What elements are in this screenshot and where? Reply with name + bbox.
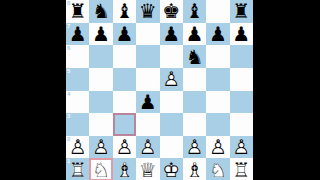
piece-fill: ♟ (230, 23, 252, 45)
rank-label-5: 5 (67, 68, 70, 75)
square-g2[interactable]: ♟♙ (206, 136, 229, 159)
piece-black-pawn[interactable]: ♟ (67, 23, 89, 45)
square-g8[interactable] (206, 0, 229, 23)
piece-black-pawn[interactable]: ♟ (137, 91, 159, 113)
rank-label-4: 4 (67, 91, 70, 98)
piece-white-pawn[interactable]: ♟♙ (230, 136, 252, 158)
square-d4[interactable]: ♟ (136, 91, 159, 114)
piece-black-bishop[interactable]: ♝ (113, 0, 135, 22)
piece-white-pawn[interactable]: ♟♙ (184, 136, 206, 158)
piece-white-bishop[interactable]: ♝♗ (113, 159, 135, 180)
piece-outline: ♖ (230, 159, 252, 180)
square-a2[interactable]: 2♟♙ (66, 136, 89, 159)
square-a1[interactable]: 1♜♖ (66, 158, 89, 180)
piece-white-pawn[interactable]: ♟♙ (137, 136, 159, 158)
piece-black-rook[interactable]: ♜ (230, 0, 252, 22)
square-a5[interactable]: 5 (66, 68, 89, 91)
piece-white-bishop[interactable]: ♝♗ (184, 159, 206, 180)
square-e8[interactable]: ♚ (160, 0, 183, 23)
piece-outline: ♕ (137, 159, 159, 180)
square-b4[interactable] (89, 91, 112, 114)
piece-outline: ♗ (113, 159, 135, 180)
square-g6[interactable] (206, 45, 229, 68)
square-e7[interactable]: ♟ (160, 23, 183, 46)
square-f6[interactable]: ♞ (183, 45, 206, 68)
piece-fill: ♛ (137, 0, 159, 22)
square-a3[interactable]: 3 (66, 113, 89, 136)
piece-fill: ♟ (90, 23, 112, 45)
piece-fill: ♟ (137, 91, 159, 113)
piece-black-pawn[interactable]: ♟ (160, 23, 182, 45)
piece-fill: ♟ (113, 23, 135, 45)
piece-black-pawn[interactable]: ♟ (207, 23, 229, 45)
square-h8[interactable]: ♜ (230, 0, 253, 23)
piece-fill: ♟ (207, 23, 229, 45)
square-g4[interactable] (206, 91, 229, 114)
piece-black-pawn[interactable]: ♟ (230, 23, 252, 45)
square-e1[interactable]: ♚♔ (160, 158, 183, 180)
square-c2[interactable]: ♟♙ (113, 136, 136, 159)
square-e5[interactable]: ♟♙ (160, 68, 183, 91)
square-g3[interactable] (206, 113, 229, 136)
square-h3[interactable] (230, 113, 253, 136)
piece-outline: ♙ (207, 136, 229, 158)
rank-label-6: 6 (67, 45, 70, 52)
square-c8[interactable]: ♝ (113, 0, 136, 23)
square-b7[interactable]: ♟ (89, 23, 112, 46)
piece-outline: ♙ (160, 68, 182, 90)
piece-outline: ♙ (137, 136, 159, 158)
piece-fill: ♚ (160, 0, 182, 22)
square-b5[interactable] (89, 68, 112, 91)
square-c7[interactable]: ♟ (113, 23, 136, 46)
square-c3[interactable] (113, 113, 136, 136)
square-h1[interactable]: ♜♖ (230, 158, 253, 180)
square-e3[interactable] (160, 113, 183, 136)
piece-fill: ♟ (160, 23, 182, 45)
piece-black-rook[interactable]: ♜ (67, 0, 89, 22)
piece-fill: ♜ (230, 0, 252, 22)
piece-black-knight[interactable]: ♞ (184, 46, 206, 68)
square-b1[interactable]: ♞♘ (89, 158, 112, 180)
square-a4[interactable]: 4 (66, 91, 89, 114)
piece-fill: ♞ (90, 0, 112, 22)
piece-fill: ♟ (184, 23, 206, 45)
square-d8[interactable]: ♛ (136, 0, 159, 23)
piece-outline: ♘ (207, 159, 229, 180)
square-f5[interactable] (183, 68, 206, 91)
square-f3[interactable] (183, 113, 206, 136)
piece-fill: ♜ (67, 0, 89, 22)
square-a6[interactable]: 6 (66, 45, 89, 68)
square-b2[interactable]: ♟♙ (89, 136, 112, 159)
square-c4[interactable] (113, 91, 136, 114)
piece-black-queen[interactable]: ♛ (137, 0, 159, 22)
square-h4[interactable] (230, 91, 253, 114)
square-f8[interactable]: ♝ (183, 0, 206, 23)
piece-outline: ♙ (113, 136, 135, 158)
piece-white-knight[interactable]: ♞♘ (207, 159, 229, 180)
chess-board: 8♜♞♝♛♚♝♜7♟♟♟♟♟♟♟6♞5♟♙4♟32♟♙♟♙♟♙♟♙♟♙♟♙♟♙1… (66, 0, 253, 180)
square-f7[interactable]: ♟ (183, 23, 206, 46)
piece-white-knight[interactable]: ♞♘ (90, 159, 112, 180)
screen: 8♜♞♝♛♚♝♜7♟♟♟♟♟♟♟6♞5♟♙4♟32♟♙♟♙♟♙♟♙♟♙♟♙♟♙1… (0, 0, 320, 180)
piece-white-queen[interactable]: ♛♕ (137, 159, 159, 180)
piece-white-rook[interactable]: ♜♖ (230, 159, 252, 180)
square-c5[interactable] (113, 68, 136, 91)
square-a7[interactable]: 7♟ (66, 23, 89, 46)
square-d3[interactable] (136, 113, 159, 136)
square-h7[interactable]: ♟ (230, 23, 253, 46)
piece-outline: ♙ (90, 136, 112, 158)
square-e2[interactable] (160, 136, 183, 159)
square-g1[interactable]: ♞♘ (206, 158, 229, 180)
piece-fill: ♞ (184, 46, 206, 68)
piece-fill: ♝ (113, 0, 135, 22)
square-a8[interactable]: 8♜ (66, 0, 89, 23)
piece-black-pawn[interactable]: ♟ (90, 23, 112, 45)
piece-outline: ♘ (90, 159, 112, 180)
square-b6[interactable] (89, 45, 112, 68)
piece-white-pawn[interactable]: ♟♙ (113, 136, 135, 158)
piece-outline: ♙ (67, 136, 89, 158)
rank-label-3: 3 (67, 113, 70, 120)
piece-black-pawn[interactable]: ♟ (184, 23, 206, 45)
piece-white-pawn[interactable]: ♟♙ (67, 136, 89, 158)
square-d2[interactable]: ♟♙ (136, 136, 159, 159)
square-g5[interactable] (206, 68, 229, 91)
piece-outline: ♙ (184, 136, 206, 158)
piece-black-bishop[interactable]: ♝ (184, 0, 206, 22)
piece-white-pawn[interactable]: ♟♙ (90, 136, 112, 158)
square-b8[interactable]: ♞ (89, 0, 112, 23)
piece-fill: ♝ (184, 0, 206, 22)
piece-black-pawn[interactable]: ♟ (113, 23, 135, 45)
square-d7[interactable] (136, 23, 159, 46)
piece-outline: ♔ (160, 159, 182, 180)
piece-white-pawn[interactable]: ♟♙ (160, 68, 182, 90)
piece-fill: ♟ (67, 23, 89, 45)
square-f2[interactable]: ♟♙ (183, 136, 206, 159)
piece-white-rook[interactable]: ♜♖ (67, 159, 89, 180)
square-f4[interactable] (183, 91, 206, 114)
square-h5[interactable] (230, 68, 253, 91)
square-f1[interactable]: ♝♗ (183, 158, 206, 180)
square-c1[interactable]: ♝♗ (113, 158, 136, 180)
square-g7[interactable]: ♟ (206, 23, 229, 46)
square-e4[interactable] (160, 91, 183, 114)
square-h2[interactable]: ♟♙ (230, 136, 253, 159)
piece-white-pawn[interactable]: ♟♙ (207, 136, 229, 158)
square-d1[interactable]: ♛♕ (136, 158, 159, 180)
piece-white-king[interactable]: ♚♔ (160, 159, 182, 180)
square-d6[interactable] (136, 45, 159, 68)
square-h6[interactable] (230, 45, 253, 68)
square-c6[interactable] (113, 45, 136, 68)
piece-outline: ♙ (230, 136, 252, 158)
piece-outline: ♖ (67, 159, 89, 180)
square-e6[interactable] (160, 45, 183, 68)
square-d5[interactable] (136, 68, 159, 91)
piece-outline: ♗ (184, 159, 206, 180)
piece-black-knight[interactable]: ♞ (90, 0, 112, 22)
square-b3[interactable] (89, 113, 112, 136)
piece-black-king[interactable]: ♚ (160, 0, 182, 22)
